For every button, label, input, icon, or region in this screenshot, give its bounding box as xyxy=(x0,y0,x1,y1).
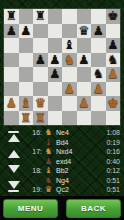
move-san: Nxd4 xyxy=(56,148,106,155)
square-f6[interactable] xyxy=(77,38,92,53)
move-san: Bb2 xyxy=(56,167,106,174)
move-list-panel: 16:♞Ne41:08♝Bd40:1917:♞Nxd40:16♟exd40:40… xyxy=(0,127,124,195)
white-pawn-piece: ♟ xyxy=(6,96,17,111)
white-bishop-icon: ♝ xyxy=(44,166,53,175)
black-pawn-piece: ♟ xyxy=(20,24,31,39)
white-queen-piece: ♛ xyxy=(35,96,46,111)
black-pawn-piece: ♟ xyxy=(35,53,46,68)
square-h6[interactable]: ♟ xyxy=(106,38,121,53)
move-time: 0:51 xyxy=(106,177,120,184)
square-g8[interactable] xyxy=(91,9,106,24)
back-button[interactable]: BACK xyxy=(66,199,121,218)
white-knight-icon: ♞ xyxy=(44,147,53,156)
square-c3[interactable] xyxy=(33,82,48,97)
square-d1[interactable] xyxy=(48,111,63,126)
square-d5[interactable]: ♟ xyxy=(48,53,63,68)
square-a5[interactable] xyxy=(4,53,19,68)
black-knight-piece: ♞ xyxy=(93,67,104,82)
move-number: 18: xyxy=(27,167,42,174)
square-a3[interactable] xyxy=(4,82,19,97)
square-a7[interactable]: ♟ xyxy=(4,24,19,39)
black-pawn-piece: ♟ xyxy=(93,24,104,39)
white-knight-piece: ♞ xyxy=(64,53,75,68)
square-a6[interactable] xyxy=(4,38,19,53)
square-e8[interactable] xyxy=(62,9,77,24)
bottom-button-bar: MENU BACK xyxy=(0,196,124,220)
square-b6[interactable] xyxy=(19,38,34,53)
square-b1[interactable]: ♜ xyxy=(19,111,34,126)
square-g4[interactable]: ♞ xyxy=(91,67,106,82)
square-f5[interactable]: ♟ xyxy=(77,53,92,68)
white-bishop-piece: ♝ xyxy=(20,96,31,111)
square-h2[interactable]: ♚ xyxy=(106,96,121,111)
square-f3[interactable] xyxy=(77,82,92,97)
square-h7[interactable] xyxy=(106,24,121,39)
square-a2[interactable]: ♟ xyxy=(4,96,19,111)
black-rook-piece: ♜ xyxy=(35,9,46,24)
move-row[interactable]: ♟exd40:40 xyxy=(27,157,122,166)
square-b3[interactable] xyxy=(19,82,34,97)
square-c7[interactable] xyxy=(33,24,48,39)
square-a8[interactable]: ♜ xyxy=(4,9,19,24)
square-c1[interactable]: ♜ xyxy=(33,111,48,126)
white-king-piece: ♚ xyxy=(107,96,118,111)
square-g1[interactable] xyxy=(91,111,106,126)
move-san: Ng4 xyxy=(56,177,106,184)
move-number: 16: xyxy=(27,129,42,136)
black-pawn-piece: ♟ xyxy=(78,53,89,68)
go-to-start-icon[interactable] xyxy=(8,131,20,142)
square-g3[interactable]: ♟ xyxy=(91,82,106,97)
white-pawn-piece: ♟ xyxy=(78,96,89,111)
move-time: 0:19 xyxy=(106,139,120,146)
square-g2[interactable] xyxy=(91,96,106,111)
black-pawn-piece: ♟ xyxy=(6,24,17,39)
move-number: 17: xyxy=(27,148,42,155)
move-nav-column xyxy=(0,127,27,195)
move-san: exd4 xyxy=(56,158,106,165)
black-rook-piece: ♜ xyxy=(6,9,17,24)
square-e5[interactable]: ♞ xyxy=(62,53,77,68)
square-d2[interactable] xyxy=(48,96,63,111)
black-pawn-piece: ♟ xyxy=(49,53,60,68)
square-f8[interactable] xyxy=(77,9,92,24)
square-f2[interactable]: ♟ xyxy=(77,96,92,111)
square-e1[interactable] xyxy=(62,111,77,126)
move-row[interactable]: 18:♝Bb20:12 xyxy=(27,166,122,175)
square-g7[interactable]: ♟ xyxy=(91,24,106,39)
white-queen-icon: ♛ xyxy=(44,185,53,194)
chess-app-screen: ♜♜♚♟♟♛♟♝♟♟♟♞♟♞♟♞♟♟♟♟♝♛♟♚♜♜ 16:♞Ne41:08♝B… xyxy=(0,0,124,220)
move-san: Qc2 xyxy=(56,186,106,193)
square-c2[interactable]: ♛ xyxy=(33,96,48,111)
move-row[interactable]: 19:♛Qc20:51 xyxy=(27,185,122,194)
white-pawn-piece: ♟ xyxy=(93,82,104,97)
square-h8[interactable]: ♚ xyxy=(106,9,121,24)
white-pawn-piece: ♟ xyxy=(64,82,75,97)
square-c4[interactable] xyxy=(33,67,48,82)
square-b7[interactable]: ♟ xyxy=(19,24,34,39)
square-c6[interactable] xyxy=(33,38,48,53)
square-d3[interactable] xyxy=(48,82,63,97)
move-row[interactable]: ♞Ng40:51 xyxy=(27,176,122,185)
square-b2[interactable]: ♝ xyxy=(19,96,34,111)
square-c8[interactable]: ♜ xyxy=(33,9,48,24)
square-e4[interactable] xyxy=(62,67,77,82)
move-number: 19: xyxy=(27,186,42,193)
white-knight-icon: ♞ xyxy=(44,128,53,137)
square-f1[interactable] xyxy=(77,111,92,126)
square-g6[interactable] xyxy=(91,38,106,53)
square-h3[interactable] xyxy=(106,82,121,97)
step-forward-icon[interactable] xyxy=(8,165,20,174)
square-e6[interactable]: ♝ xyxy=(62,38,77,53)
move-time: 0:12 xyxy=(106,167,120,174)
move-time: 1:08 xyxy=(106,129,120,136)
move-time: 0:40 xyxy=(106,158,120,165)
square-d7[interactable] xyxy=(48,24,63,39)
square-h1[interactable] xyxy=(106,111,121,126)
square-f7[interactable]: ♛ xyxy=(77,24,92,39)
black-bishop-piece: ♝ xyxy=(64,38,75,53)
move-row[interactable]: ♝Bd40:19 xyxy=(27,138,122,147)
square-e3[interactable]: ♟ xyxy=(62,82,77,97)
square-c5[interactable]: ♟ xyxy=(33,53,48,68)
white-pawn-piece: ♟ xyxy=(107,67,118,82)
square-b8[interactable] xyxy=(19,9,34,24)
square-d8[interactable] xyxy=(48,9,63,24)
menu-button[interactable]: MENU xyxy=(3,199,58,218)
square-g5[interactable] xyxy=(91,53,106,68)
white-rook-piece: ♜ xyxy=(35,111,46,126)
square-b4[interactable] xyxy=(19,67,34,82)
chess-board: ♜♜♚♟♟♛♟♝♟♟♟♞♟♞♟♞♟♟♟♟♝♛♟♚♜♜ xyxy=(4,9,120,125)
move-list: 16:♞Ne41:08♝Bd40:1917:♞Nxd40:16♟exd40:40… xyxy=(27,127,124,195)
move-san: Bd4 xyxy=(56,139,106,146)
black-pawn-piece: ♟ xyxy=(107,38,118,53)
square-h5[interactable]: ♞ xyxy=(106,53,121,68)
square-h4[interactable]: ♟ xyxy=(106,67,121,82)
square-d6[interactable] xyxy=(48,38,63,53)
square-a4[interactable] xyxy=(4,67,19,82)
step-back-icon[interactable] xyxy=(8,149,20,158)
move-time: 0:51 xyxy=(106,186,120,193)
move-time: 0:16 xyxy=(106,148,120,155)
black-pawn-piece: ♟ xyxy=(49,67,60,82)
square-e7[interactable] xyxy=(62,24,77,39)
black-queen-piece: ♛ xyxy=(78,24,89,39)
square-e2[interactable] xyxy=(62,96,77,111)
black-knight-piece: ♞ xyxy=(107,53,118,68)
go-to-end-icon[interactable] xyxy=(8,181,20,192)
black-king-piece: ♚ xyxy=(107,9,118,24)
square-a1[interactable] xyxy=(4,111,19,126)
move-san: Ne4 xyxy=(56,129,106,136)
square-d4[interactable]: ♟ xyxy=(48,67,63,82)
move-row[interactable]: 16:♞Ne41:08 xyxy=(27,128,122,137)
move-row[interactable]: 17:♞Nxd40:16 xyxy=(27,147,122,156)
square-b5[interactable] xyxy=(19,53,34,68)
white-rook-piece: ♜ xyxy=(20,111,31,126)
square-f4[interactable] xyxy=(77,67,92,82)
